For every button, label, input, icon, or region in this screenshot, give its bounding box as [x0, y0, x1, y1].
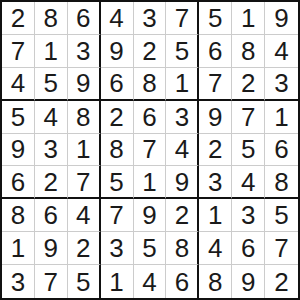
- sudoku-cell[interactable]: 9: [134, 199, 167, 232]
- sudoku-cell[interactable]: 6: [134, 101, 167, 134]
- sudoku-cell[interactable]: 2: [134, 35, 167, 68]
- sudoku-cell[interactable]: 1: [2, 232, 35, 265]
- sudoku-cell[interactable]: 1: [232, 2, 265, 35]
- sudoku-cell[interactable]: 4: [166, 134, 199, 167]
- sudoku-cell[interactable]: 2: [35, 166, 68, 199]
- sudoku-cell[interactable]: 1: [68, 134, 101, 167]
- sudoku-cell[interactable]: 3: [166, 101, 199, 134]
- sudoku-cell[interactable]: 8: [134, 68, 167, 101]
- sudoku-cell[interactable]: 6: [35, 199, 68, 232]
- sudoku-cell[interactable]: 6: [232, 232, 265, 265]
- sudoku-cell[interactable]: 9: [199, 101, 232, 134]
- sudoku-cell[interactable]: 1: [166, 68, 199, 101]
- sudoku-cell[interactable]: 7: [35, 265, 68, 298]
- sudoku-cell[interactable]: 9: [2, 134, 35, 167]
- sudoku-cell[interactable]: 7: [101, 199, 134, 232]
- sudoku-cell[interactable]: 1: [265, 101, 298, 134]
- sudoku-cell[interactable]: 1: [101, 265, 134, 298]
- sudoku-cell[interactable]: 6: [68, 2, 101, 35]
- sudoku-cell[interactable]: 2: [166, 199, 199, 232]
- sudoku-cell[interactable]: 2: [101, 101, 134, 134]
- sudoku-cell[interactable]: 7: [232, 101, 265, 134]
- sudoku-cell[interactable]: 3: [101, 232, 134, 265]
- sudoku-cell[interactable]: 5: [68, 265, 101, 298]
- sudoku-cell[interactable]: 3: [35, 134, 68, 167]
- sudoku-cell[interactable]: 3: [232, 199, 265, 232]
- sudoku-board: 2864375197139256844596817235482639719318…: [0, 0, 300, 300]
- sudoku-cell[interactable]: 5: [199, 2, 232, 35]
- sudoku-cell[interactable]: 8: [166, 232, 199, 265]
- sudoku-cell[interactable]: 6: [166, 265, 199, 298]
- sudoku-cell[interactable]: 5: [232, 134, 265, 167]
- sudoku-cell[interactable]: 8: [35, 2, 68, 35]
- sudoku-cell[interactable]: 2: [265, 265, 298, 298]
- sudoku-cell[interactable]: 4: [134, 265, 167, 298]
- sudoku-cell[interactable]: 4: [35, 101, 68, 134]
- sudoku-cell[interactable]: 6: [265, 134, 298, 167]
- sudoku-cell[interactable]: 6: [2, 166, 35, 199]
- sudoku-cell[interactable]: 4: [68, 199, 101, 232]
- sudoku-cell[interactable]: 7: [199, 68, 232, 101]
- sudoku-cell[interactable]: 9: [101, 35, 134, 68]
- sudoku-cell[interactable]: 9: [35, 232, 68, 265]
- sudoku-cell[interactable]: 7: [265, 232, 298, 265]
- sudoku-cell[interactable]: 9: [68, 68, 101, 101]
- sudoku-cell[interactable]: 8: [68, 101, 101, 134]
- sudoku-cell[interactable]: 9: [265, 2, 298, 35]
- sudoku-cell[interactable]: 2: [199, 134, 232, 167]
- sudoku-cell[interactable]: 2: [68, 232, 101, 265]
- sudoku-cell[interactable]: 2: [2, 2, 35, 35]
- sudoku-cell[interactable]: 6: [199, 35, 232, 68]
- sudoku-cell[interactable]: 8: [265, 166, 298, 199]
- sudoku-cell[interactable]: 9: [232, 265, 265, 298]
- sudoku-cell[interactable]: 2: [232, 68, 265, 101]
- sudoku-cell[interactable]: 8: [199, 265, 232, 298]
- sudoku-cell[interactable]: 1: [199, 199, 232, 232]
- sudoku-cell[interactable]: 7: [134, 134, 167, 167]
- sudoku-cell[interactable]: 3: [199, 166, 232, 199]
- sudoku-cell[interactable]: 5: [134, 232, 167, 265]
- sudoku-cell[interactable]: 3: [265, 68, 298, 101]
- sudoku-cell[interactable]: 4: [2, 68, 35, 101]
- sudoku-cell[interactable]: 4: [265, 35, 298, 68]
- sudoku-cell[interactable]: 4: [199, 232, 232, 265]
- sudoku-cell[interactable]: 8: [2, 199, 35, 232]
- sudoku-cell[interactable]: 5: [2, 101, 35, 134]
- sudoku-cell[interactable]: 3: [2, 265, 35, 298]
- sudoku-cell[interactable]: 5: [166, 35, 199, 68]
- sudoku-cell[interactable]: 8: [101, 134, 134, 167]
- sudoku-cell[interactable]: 1: [35, 35, 68, 68]
- sudoku-cell[interactable]: 5: [35, 68, 68, 101]
- sudoku-cell[interactable]: 6: [101, 68, 134, 101]
- sudoku-cell[interactable]: 7: [166, 2, 199, 35]
- sudoku-cell[interactable]: 3: [134, 2, 167, 35]
- sudoku-cell[interactable]: 5: [265, 199, 298, 232]
- sudoku-cell[interactable]: 5: [101, 166, 134, 199]
- sudoku-cell[interactable]: 7: [68, 166, 101, 199]
- sudoku-cell[interactable]: 4: [101, 2, 134, 35]
- sudoku-cell[interactable]: 4: [232, 166, 265, 199]
- sudoku-cell[interactable]: 7: [2, 35, 35, 68]
- sudoku-cell[interactable]: 3: [68, 35, 101, 68]
- sudoku-cell[interactable]: 1: [134, 166, 167, 199]
- sudoku-cell[interactable]: 9: [166, 166, 199, 199]
- sudoku-cell[interactable]: 8: [232, 35, 265, 68]
